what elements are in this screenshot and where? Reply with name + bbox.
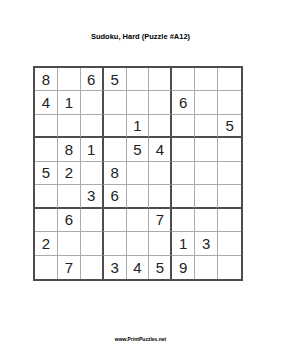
cell-r4c9 — [218, 138, 241, 161]
cell-r8c4 — [104, 232, 127, 255]
cell-r8c9 — [218, 232, 241, 255]
cell-r3c3 — [81, 115, 104, 138]
cell-r2c7: 6 — [172, 91, 195, 114]
cell-r1c3: 6 — [81, 68, 104, 91]
cell-r6c5 — [127, 185, 150, 208]
cell-r3c5: 1 — [127, 115, 150, 138]
cell-r8c2 — [58, 232, 81, 255]
cell-r2c4 — [104, 91, 127, 114]
cell-r5c5 — [127, 162, 150, 185]
cell-r2c8 — [195, 91, 218, 114]
cell-r9c1 — [35, 256, 58, 279]
cell-r6c1 — [35, 185, 58, 208]
cell-r6c7 — [172, 185, 195, 208]
cell-r5c8 — [195, 162, 218, 185]
cell-r8c7: 1 — [172, 232, 195, 255]
cell-r3c1 — [35, 115, 58, 138]
cell-r9c6: 5 — [149, 256, 172, 279]
cell-r2c2: 1 — [58, 91, 81, 114]
cell-r1c7 — [172, 68, 195, 91]
puzzle-title: Sudoku, Hard (Puzzle #A12) — [0, 32, 281, 41]
cell-r6c2 — [58, 185, 81, 208]
cell-r1c1: 8 — [35, 68, 58, 91]
cell-r1c6 — [149, 68, 172, 91]
cell-r7c7 — [172, 209, 195, 232]
cell-r9c5: 4 — [127, 256, 150, 279]
cell-r6c3: 3 — [81, 185, 104, 208]
cell-r7c6: 7 — [149, 209, 172, 232]
cell-r1c4: 5 — [104, 68, 127, 91]
cell-r2c1: 4 — [35, 91, 58, 114]
site-credit: www.PrintPuzzles.net — [0, 336, 281, 342]
cell-r2c9 — [218, 91, 241, 114]
cell-r5c4: 8 — [104, 162, 127, 185]
cell-r3c6 — [149, 115, 172, 138]
cell-r4c5: 5 — [127, 138, 150, 161]
cell-r5c6 — [149, 162, 172, 185]
cell-r3c8 — [195, 115, 218, 138]
cell-r9c2: 7 — [58, 256, 81, 279]
cell-r4c7 — [172, 138, 195, 161]
cell-r3c9: 5 — [218, 115, 241, 138]
cell-r6c4: 6 — [104, 185, 127, 208]
cell-r7c1 — [35, 209, 58, 232]
cell-r4c4 — [104, 138, 127, 161]
cell-r9c8 — [195, 256, 218, 279]
cell-r7c8 — [195, 209, 218, 232]
cell-r7c2: 6 — [58, 209, 81, 232]
cell-r3c7 — [172, 115, 195, 138]
sudoku-grid: 865416158154528366721373459 — [33, 66, 243, 281]
cell-r3c4 — [104, 115, 127, 138]
cell-r1c8 — [195, 68, 218, 91]
cell-r9c7: 9 — [172, 256, 195, 279]
cell-r4c1 — [35, 138, 58, 161]
cell-r8c8: 3 — [195, 232, 218, 255]
cell-r5c3 — [81, 162, 104, 185]
cell-r2c6 — [149, 91, 172, 114]
cell-r4c2: 8 — [58, 138, 81, 161]
cell-r7c9 — [218, 209, 241, 232]
cell-r1c5 — [127, 68, 150, 91]
cell-r8c5 — [127, 232, 150, 255]
cell-r6c9 — [218, 185, 241, 208]
cell-r1c2 — [58, 68, 81, 91]
cell-r2c3 — [81, 91, 104, 114]
cell-r9c4: 3 — [104, 256, 127, 279]
cell-r8c6 — [149, 232, 172, 255]
cell-r2c5 — [127, 91, 150, 114]
cell-r9c3 — [81, 256, 104, 279]
cell-r4c3: 1 — [81, 138, 104, 161]
cell-r1c9 — [218, 68, 241, 91]
cell-r9c9 — [218, 256, 241, 279]
cell-r5c2: 2 — [58, 162, 81, 185]
cell-r4c6: 4 — [149, 138, 172, 161]
cell-r4c8 — [195, 138, 218, 161]
cell-r5c1: 5 — [35, 162, 58, 185]
cell-r7c3 — [81, 209, 104, 232]
cell-r5c9 — [218, 162, 241, 185]
cell-r6c8 — [195, 185, 218, 208]
cell-r8c3 — [81, 232, 104, 255]
puzzle-page: Sudoku, Hard (Puzzle #A12) 8654161581545… — [0, 0, 281, 363]
cell-r6c6 — [149, 185, 172, 208]
cell-r3c2 — [58, 115, 81, 138]
cell-r7c5 — [127, 209, 150, 232]
cell-r5c7 — [172, 162, 195, 185]
cell-r8c1: 2 — [35, 232, 58, 255]
cell-r7c4 — [104, 209, 127, 232]
